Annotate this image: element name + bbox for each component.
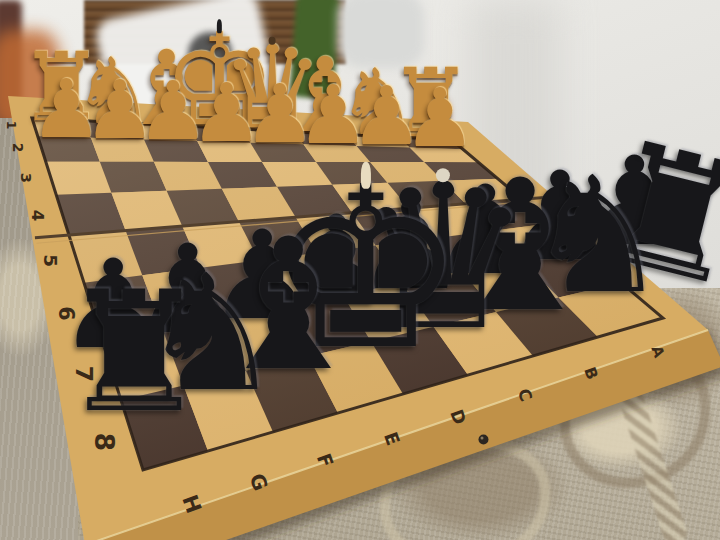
frame-screw	[478, 435, 488, 445]
chess-board: 12345678HGFEDCBA	[0, 0, 720, 540]
photo-scene: 12345678HGFEDCBA ♜♞♝♚♛♝♞♟♜♟♟♟♟♟♟♟♟♟♟♜♟♞♟…	[0, 0, 720, 540]
rank-label-8: 8	[89, 433, 119, 451]
rank-label-6: 6	[54, 306, 78, 320]
rank-label-4: 4	[28, 210, 47, 221]
rank-label-7: 7	[70, 366, 98, 382]
rank-label-2: 2	[10, 143, 25, 152]
rank-label-5: 5	[40, 254, 61, 267]
rank-label-3: 3	[18, 173, 35, 183]
rank-label-1: 1	[4, 121, 18, 130]
